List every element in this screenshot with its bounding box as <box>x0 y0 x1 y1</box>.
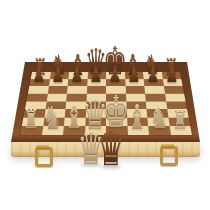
piece-white-rook-a1[interactable]: ♜ <box>23 108 39 134</box>
piece-black-pawn-g7[interactable]: ♟ <box>146 64 159 85</box>
brass-clasp-left-icon <box>35 147 53 167</box>
piece-white-rook-h1[interactable]: ♜ <box>172 108 188 134</box>
piece-black-pawn-h7[interactable]: ♟ <box>165 64 178 85</box>
piece-black-pawn-f7[interactable]: ♟ <box>127 64 140 85</box>
brass-clasp-right-icon <box>160 146 178 166</box>
chess-set-photo: ♜♞♝♛♚♝♞♜♟♟♟♟♟♟♟♟♜♞♝♛♚♝♞♜♛♛ <box>0 0 210 210</box>
piece-white-knight-g1[interactable]: ♞ <box>149 103 168 134</box>
piece-black-pawn-a7[interactable]: ♟ <box>32 64 45 85</box>
piece-white-knight-b1[interactable]: ♞ <box>43 103 62 134</box>
piece-black-pawn-b7[interactable]: ♟ <box>51 64 64 85</box>
piece-black-pawn-e7[interactable]: ♟ <box>108 64 121 85</box>
square-g6[interactable] <box>144 86 164 93</box>
piece-black-pawn-d7[interactable]: ♟ <box>89 64 102 85</box>
square-b6[interactable] <box>47 86 67 93</box>
piece-white-bishop-f1[interactable]: ♝ <box>127 101 147 134</box>
square-a6[interactable] <box>27 86 48 93</box>
piece-black-spare-queen[interactable]: ♛ <box>97 126 126 172</box>
piece-layer: ♜♞♝♛♚♝♞♜♟♟♟♟♟♟♟♟♜♞♝♛♚♝♞♜♛♛ <box>0 0 210 210</box>
piece-black-pawn-c7[interactable]: ♟ <box>70 64 83 85</box>
square-h6[interactable] <box>163 86 184 93</box>
